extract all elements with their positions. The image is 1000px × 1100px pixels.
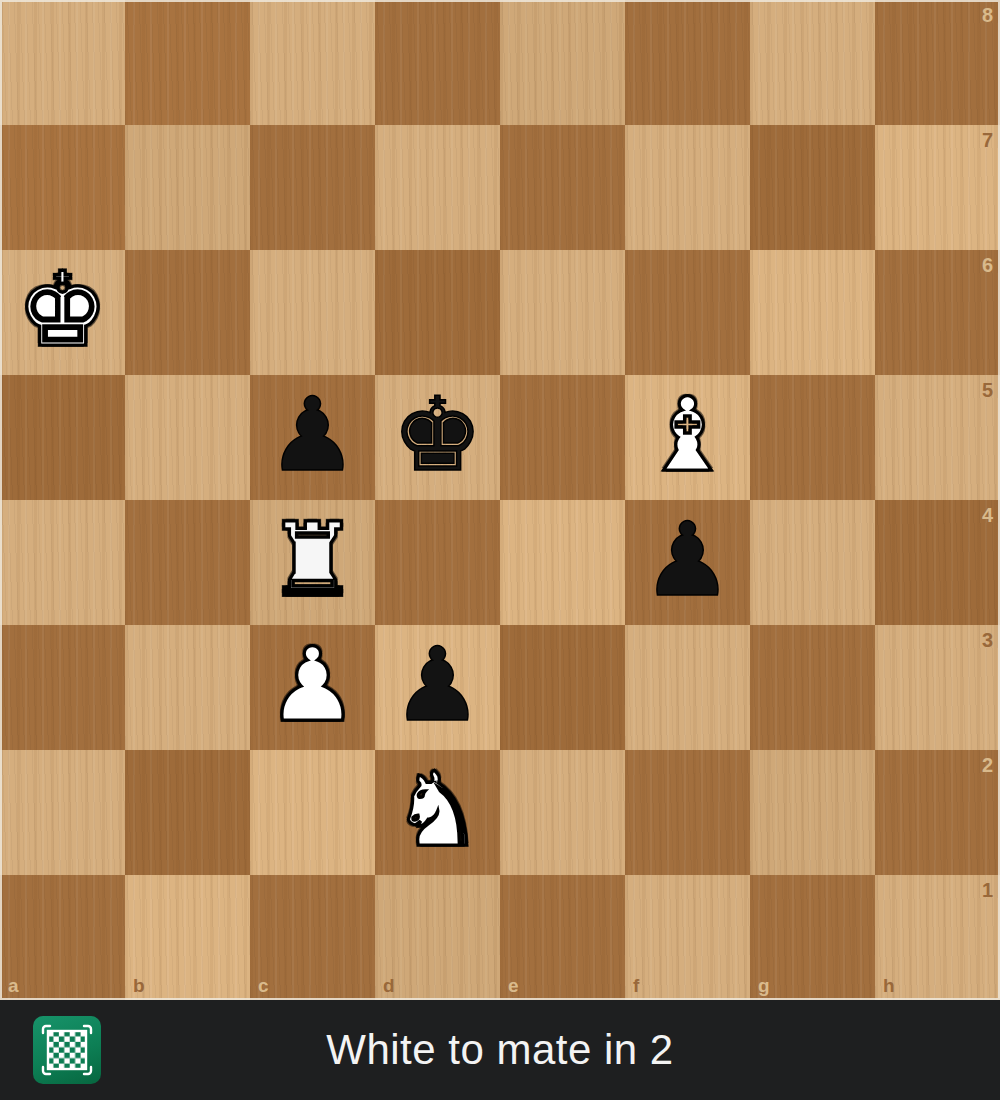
square-b6 [125, 250, 250, 375]
file-label-e: e [508, 975, 519, 997]
file-label-c: c [258, 975, 269, 997]
square-a3 [0, 625, 125, 750]
square-d7 [375, 125, 500, 250]
square-a4 [0, 500, 125, 625]
file-label-f: f [633, 975, 640, 997]
square-c4: ♜ [250, 500, 375, 625]
file-label-d: d [383, 975, 395, 997]
rank-label-1: 1 [982, 879, 993, 902]
square-c7 [250, 125, 375, 250]
square-g4 [750, 500, 875, 625]
square-d4 [375, 500, 500, 625]
square-g3 [750, 625, 875, 750]
square-f3 [625, 625, 750, 750]
square-f4: ♟ [625, 500, 750, 625]
square-b2 [125, 750, 250, 875]
white-rook-c4: ♜ [267, 509, 358, 611]
square-c8 [250, 0, 375, 125]
square-b3 [125, 625, 250, 750]
puzzle-card: ♚♟♚♝♜♟♟♟♞abcdefgh87654321 White to mate … [0, 0, 1000, 1100]
square-d8 [375, 0, 500, 125]
square-e3 [500, 625, 625, 750]
square-e4 [500, 500, 625, 625]
square-e2 [500, 750, 625, 875]
white-pawn-c3: ♟ [267, 634, 358, 736]
chessboard-scan-glyph [33, 1016, 101, 1084]
square-a8 [0, 0, 125, 125]
black-king-d5: ♚ [392, 384, 483, 486]
rank-label-7: 7 [982, 129, 993, 152]
square-c5: ♟ [250, 375, 375, 500]
square-g5 [750, 375, 875, 500]
white-knight-d2: ♞ [392, 759, 483, 861]
square-e6 [500, 250, 625, 375]
file-label-g: g [758, 975, 770, 997]
rank-label-4: 4 [982, 504, 993, 527]
rank-label-2: 2 [982, 754, 993, 777]
square-f6 [625, 250, 750, 375]
white-bishop-f5: ♝ [642, 384, 733, 486]
square-b7 [125, 125, 250, 250]
square-g6 [750, 250, 875, 375]
square-c3: ♟ [250, 625, 375, 750]
square-g8 [750, 0, 875, 125]
square-d5: ♚ [375, 375, 500, 500]
square-c6 [250, 250, 375, 375]
square-g7 [750, 125, 875, 250]
square-d2: ♞ [375, 750, 500, 875]
square-e5 [500, 375, 625, 500]
square-d3: ♟ [375, 625, 500, 750]
square-f2 [625, 750, 750, 875]
caption-text: White to mate in 2 [326, 1026, 673, 1074]
chessboard-scan-icon [33, 1016, 101, 1084]
square-a2 [0, 750, 125, 875]
square-b4 [125, 500, 250, 625]
square-f8 [625, 0, 750, 125]
rank-label-8: 8 [982, 4, 993, 27]
file-label-h: h [883, 975, 895, 997]
square-a5 [0, 375, 125, 500]
square-g2 [750, 750, 875, 875]
square-f7 [625, 125, 750, 250]
rank-label-3: 3 [982, 629, 993, 652]
square-b8 [125, 0, 250, 125]
black-pawn-c5: ♟ [267, 384, 358, 486]
rank-label-5: 5 [982, 379, 993, 402]
chess-board: ♚♟♚♝♜♟♟♟♞abcdefgh87654321 [0, 0, 1000, 1000]
square-a7 [0, 125, 125, 250]
square-d6 [375, 250, 500, 375]
white-king-a6: ♚ [17, 259, 108, 361]
square-a6: ♚ [0, 250, 125, 375]
black-pawn-d3: ♟ [392, 634, 483, 736]
square-f5: ♝ [625, 375, 750, 500]
square-c2 [250, 750, 375, 875]
rank-label-6: 6 [982, 254, 993, 277]
caption-bar: White to mate in 2 [0, 1000, 1000, 1100]
file-label-b: b [133, 975, 145, 997]
black-pawn-f4: ♟ [642, 509, 733, 611]
square-f1 [625, 875, 750, 1000]
square-e7 [500, 125, 625, 250]
square-b5 [125, 375, 250, 500]
square-e8 [500, 0, 625, 125]
file-label-a: a [8, 975, 19, 997]
